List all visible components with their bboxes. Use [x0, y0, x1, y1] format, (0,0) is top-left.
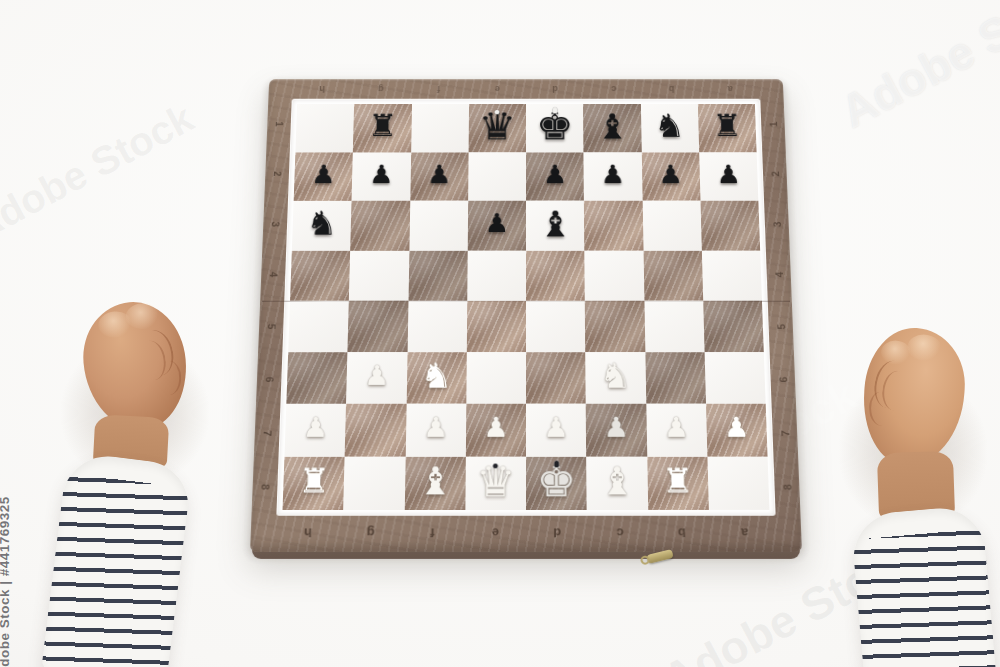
black-queen-d8: ♛ [478, 107, 516, 146]
square-a2: ♟ [284, 404, 346, 457]
coord-label: g [351, 82, 410, 97]
coord-label: b [642, 82, 701, 97]
coord-label: f [409, 82, 467, 97]
coord-label: c [584, 82, 642, 97]
square-a3 [286, 352, 347, 404]
square-f3: ♞ [585, 352, 645, 404]
board-fold-seam [262, 300, 790, 302]
square-f2: ♟ [586, 404, 647, 457]
coord-label: b [650, 523, 713, 545]
square-d8: ♛ [468, 104, 526, 152]
square-f8: ♝ [583, 104, 641, 152]
black-bishop-f8: ♝ [595, 109, 629, 144]
white-bishop-c1: ♝ [417, 462, 453, 501]
coord-label: f [401, 523, 464, 545]
square-e1: ♚ [526, 456, 587, 510]
black-knight-g8: ♞ [654, 110, 686, 142]
square-b7: ♟ [352, 152, 411, 201]
black-rook-b8: ♜ [367, 111, 397, 141]
adobe-stock-watermark: Adobe Stock [832, 0, 1000, 139]
white-rook-a1: ♜ [298, 464, 330, 498]
right-child-arm [838, 322, 1000, 667]
white-pawn-h2: ♟ [723, 414, 749, 442]
square-h6 [700, 201, 760, 251]
white-bishop-f1: ♝ [599, 462, 635, 501]
board-grid: ♜♛♚♝♞♜♟♟♟♟♟♟♟♞♟♝♟♞♞♟♟♟♟♟♟♟♜♝♛♚♝♜ [283, 104, 770, 510]
square-h8: ♜ [698, 104, 757, 152]
square-b4 [348, 301, 408, 352]
white-knight-f3: ♞ [599, 358, 632, 393]
square-h5 [702, 250, 762, 300]
white-pawn-e2: ♟ [543, 414, 569, 442]
chess-board: 12345678 12345678 hgfedcba hgfedcba ♜♛♚♝… [250, 79, 802, 552]
black-pawn-b7: ♟ [369, 162, 394, 187]
square-g4 [644, 301, 704, 352]
white-pawn-d2: ♟ [483, 414, 509, 442]
square-g8: ♞ [640, 104, 699, 152]
square-b3: ♟ [346, 352, 407, 404]
playing-area: ♜♛♚♝♞♜♟♟♟♟♟♟♟♞♟♝♟♞♞♟♟♟♟♟♟♟♜♝♛♚♝♜ [277, 100, 774, 515]
coord-label: e [464, 523, 526, 545]
square-d1: ♛ [465, 456, 526, 510]
square-b1 [343, 456, 405, 510]
square-d7 [468, 152, 526, 201]
brass-latch [647, 549, 674, 564]
black-pawn-g7: ♟ [658, 162, 683, 187]
white-pawn-b3: ♟ [364, 362, 390, 389]
coord-label: h [276, 523, 339, 545]
square-d3 [466, 352, 526, 404]
square-a4 [288, 301, 349, 352]
square-a5 [290, 250, 350, 300]
white-pawn-f2: ♟ [603, 414, 629, 442]
contrast-finial [493, 463, 498, 468]
contrast-finial [552, 108, 557, 114]
left-child-arm [42, 298, 212, 667]
black-pawn-f7: ♟ [600, 162, 625, 187]
square-f7: ♟ [584, 152, 643, 201]
square-f5 [585, 250, 644, 300]
coord-label: a [701, 82, 760, 97]
file-labels-top: hgfedcba [293, 82, 760, 97]
white-pawn-c2: ♟ [423, 414, 449, 442]
square-b2 [345, 404, 406, 457]
file-labels-bottom: hgfedcba [276, 523, 775, 545]
square-h2: ♟ [706, 404, 768, 457]
square-b8: ♜ [353, 104, 412, 152]
square-g7: ♟ [641, 152, 700, 201]
black-pawn-d6: ♟ [484, 211, 509, 237]
square-c4 [407, 301, 467, 352]
square-h7: ♟ [699, 152, 758, 201]
contrast-finial [554, 460, 559, 467]
board-frame: 12345678 12345678 hgfedcba hgfedcba ♜♛♚♝… [250, 79, 802, 552]
square-h4 [703, 301, 764, 352]
square-e5 [526, 250, 585, 300]
square-d6: ♟ [467, 201, 526, 251]
coord-label: c [588, 523, 651, 545]
square-g5 [643, 250, 703, 300]
finger-crease [869, 391, 894, 426]
coord-label: d [526, 523, 588, 545]
square-g6 [642, 201, 701, 251]
knuckle [907, 333, 943, 361]
square-d5 [467, 250, 526, 300]
black-knight-a6: ♞ [306, 207, 339, 240]
black-rook-h8: ♜ [712, 111, 742, 141]
square-f6 [584, 201, 643, 251]
square-a6: ♞ [292, 201, 352, 251]
stock-id-watermark: Adobe Stock | #441769325 [0, 496, 12, 667]
square-g2: ♟ [646, 404, 707, 457]
square-c8 [411, 104, 469, 152]
white-queen-d1: ♛ [476, 459, 516, 502]
black-king-e8: ♚ [536, 107, 574, 146]
square-g1: ♜ [647, 456, 709, 510]
white-rook-g1: ♜ [662, 464, 694, 498]
white-pawn-a2: ♟ [302, 414, 328, 442]
black-pawn-e7: ♟ [543, 162, 568, 187]
coord-label: e [468, 82, 526, 97]
square-e8: ♚ [526, 104, 584, 152]
coord-label: g [339, 523, 402, 545]
square-a1: ♜ [283, 456, 345, 510]
coord-label: a [713, 523, 776, 545]
square-c1: ♝ [404, 456, 465, 510]
square-e6: ♝ [526, 201, 585, 251]
black-pawn-h7: ♟ [716, 162, 741, 187]
square-c5 [408, 250, 467, 300]
black-pawn-c7: ♟ [427, 162, 452, 187]
black-bishop-e6: ♝ [538, 206, 572, 242]
square-e2: ♟ [526, 404, 586, 457]
square-e7: ♟ [526, 152, 584, 201]
square-b6 [350, 201, 409, 251]
square-a8 [295, 104, 354, 152]
square-d2: ♟ [466, 404, 526, 457]
coord-label: d [526, 82, 584, 97]
square-h1 [707, 456, 769, 510]
square-c3: ♞ [406, 352, 466, 404]
square-h3 [704, 352, 765, 404]
contrast-finial [495, 110, 500, 114]
square-e3 [526, 352, 586, 404]
square-c6 [409, 201, 468, 251]
square-b5 [349, 250, 409, 300]
square-a7: ♟ [294, 152, 353, 201]
white-king-e1: ♚ [536, 459, 576, 502]
white-pawn-g2: ♟ [663, 414, 689, 442]
square-g3 [645, 352, 706, 404]
white-knight-c3: ♞ [420, 358, 453, 393]
square-d4 [467, 301, 526, 352]
finger-crease [157, 361, 182, 395]
black-pawn-a7: ♟ [311, 162, 336, 187]
square-c2: ♟ [405, 404, 466, 457]
square-f1: ♝ [586, 456, 647, 510]
coord-label: h [293, 82, 352, 97]
square-e4 [526, 301, 585, 352]
square-c7: ♟ [410, 152, 469, 201]
square-f4 [585, 301, 645, 352]
adobe-stock-watermark: Adobe Stock [0, 95, 201, 250]
table-scene: Adobe Stock Adobe Stock Adobe Stock Adob… [0, 0, 1000, 667]
right-striped-sleeve [850, 505, 998, 667]
